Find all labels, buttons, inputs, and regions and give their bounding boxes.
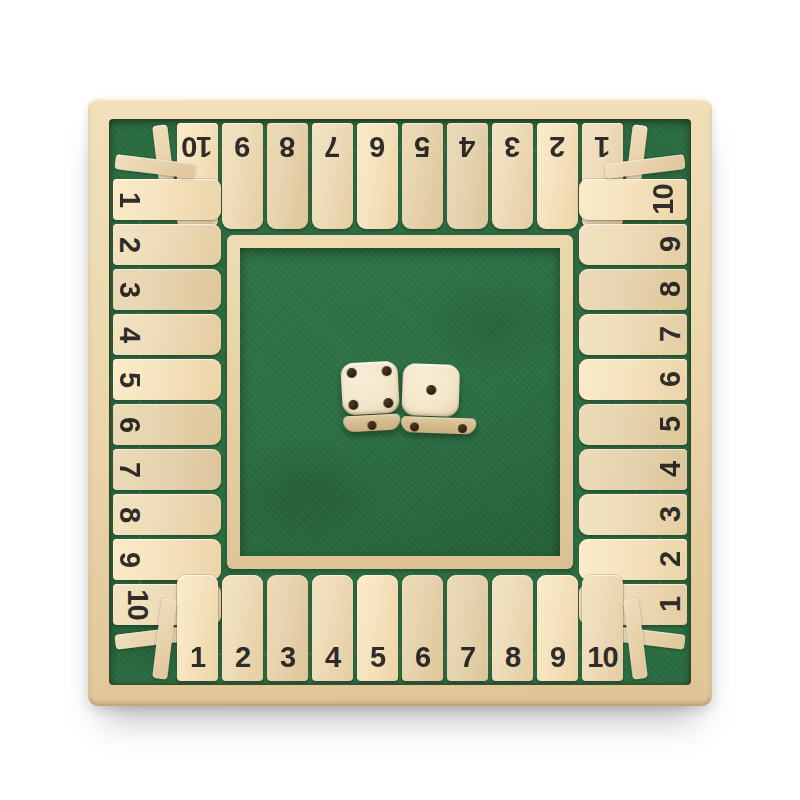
tile-number: 4 bbox=[115, 327, 144, 342]
tile-number: 2 bbox=[115, 237, 144, 252]
tile-number: 7 bbox=[115, 462, 144, 477]
tile-number: 4 bbox=[460, 132, 475, 161]
tile-left-9[interactable]: 9 bbox=[113, 539, 221, 580]
tile-bottom-2[interactable]: 2 bbox=[222, 575, 263, 681]
tile-number: 4 bbox=[325, 643, 340, 672]
tile-number: 2 bbox=[550, 132, 565, 161]
tile-left-4[interactable]: 4 bbox=[113, 314, 221, 355]
shut-the-box-board: 10987654321 12345678910 10987654321 1234… bbox=[88, 98, 712, 706]
die-2-top-face bbox=[401, 363, 460, 417]
tile-number: 8 bbox=[505, 643, 520, 672]
tile-top-6[interactable]: 6 bbox=[357, 123, 398, 229]
tile-number: 1 bbox=[656, 597, 685, 612]
tile-number: 9 bbox=[235, 132, 250, 161]
die-pip bbox=[409, 421, 418, 430]
tile-number: 3 bbox=[656, 507, 685, 522]
tile-number: 7 bbox=[460, 643, 475, 672]
die-pip bbox=[367, 420, 376, 429]
tile-left-6[interactable]: 6 bbox=[113, 404, 221, 445]
felt-well: 10987654321 12345678910 10987654321 1234… bbox=[109, 119, 691, 685]
tile-right-9[interactable]: 9 bbox=[579, 224, 687, 265]
tile-number: 4 bbox=[656, 462, 685, 477]
tile-right-3[interactable]: 3 bbox=[579, 494, 687, 535]
tile-right-7[interactable]: 7 bbox=[579, 314, 687, 355]
tile-top-7[interactable]: 7 bbox=[312, 123, 353, 229]
tile-number: 2 bbox=[235, 643, 250, 672]
die-pip bbox=[381, 365, 392, 376]
tile-number: 3 bbox=[505, 132, 520, 161]
tile-number: 5 bbox=[370, 643, 385, 672]
tile-number: 6 bbox=[115, 417, 144, 432]
tile-top-5[interactable]: 5 bbox=[402, 123, 443, 229]
tile-number: 1 bbox=[595, 132, 610, 161]
tile-number: 10 bbox=[182, 132, 212, 161]
tile-number: 7 bbox=[325, 132, 340, 161]
tile-right-5[interactable]: 5 bbox=[579, 404, 687, 445]
tile-number: 6 bbox=[415, 643, 430, 672]
die-1-showing-4[interactable] bbox=[340, 360, 401, 432]
tile-right-6[interactable]: 6 bbox=[579, 359, 687, 400]
tile-top-4[interactable]: 4 bbox=[447, 123, 488, 229]
tile-left-3[interactable]: 3 bbox=[113, 269, 221, 310]
tile-bottom-5[interactable]: 5 bbox=[357, 575, 398, 681]
tile-number: 10 bbox=[123, 589, 152, 619]
die-2-front-face bbox=[400, 415, 476, 434]
tile-tray-top: 10987654321 bbox=[177, 123, 623, 229]
tile-number: 8 bbox=[115, 507, 144, 522]
tile-tray-left: 12345678910 bbox=[113, 179, 221, 625]
tile-number: 9 bbox=[656, 237, 685, 252]
tile-right-4[interactable]: 4 bbox=[579, 449, 687, 490]
center-dice-area bbox=[227, 235, 573, 569]
tile-right-8[interactable]: 8 bbox=[579, 269, 687, 310]
die-1-top-face bbox=[340, 360, 400, 415]
tile-left-8[interactable]: 8 bbox=[113, 494, 221, 535]
die-2-showing-1[interactable] bbox=[400, 363, 459, 434]
tile-number: 9 bbox=[550, 643, 565, 672]
dice-container bbox=[240, 248, 560, 556]
tile-number: 5 bbox=[115, 372, 144, 387]
tile-bottom-1[interactable]: 1 bbox=[177, 575, 218, 681]
tile-tray-right: 10987654321 bbox=[579, 179, 687, 625]
tile-number: 5 bbox=[415, 132, 430, 161]
tile-number: 8 bbox=[656, 282, 685, 297]
tile-bottom-4[interactable]: 4 bbox=[312, 575, 353, 681]
tile-number: 5 bbox=[656, 417, 685, 432]
tile-number: 1 bbox=[115, 192, 144, 207]
tile-bottom-9[interactable]: 9 bbox=[537, 575, 578, 681]
tile-bottom-10[interactable]: 10 bbox=[582, 575, 623, 681]
tile-right-10[interactable]: 10 bbox=[579, 179, 687, 220]
tile-bottom-8[interactable]: 8 bbox=[492, 575, 533, 681]
tile-left-1[interactable]: 1 bbox=[113, 179, 221, 220]
tile-number: 10 bbox=[587, 643, 617, 672]
tile-number: 8 bbox=[280, 132, 295, 161]
die-1-front-face bbox=[343, 413, 401, 432]
die-pip bbox=[457, 423, 466, 432]
die-pip bbox=[383, 397, 394, 408]
die-pip bbox=[425, 384, 435, 394]
tile-top-8[interactable]: 8 bbox=[267, 123, 308, 229]
tile-number: 10 bbox=[648, 184, 677, 214]
tile-number: 1 bbox=[190, 643, 205, 672]
tile-number: 6 bbox=[656, 372, 685, 387]
tile-number: 6 bbox=[370, 132, 385, 161]
tile-tray-bottom: 12345678910 bbox=[177, 575, 623, 681]
tile-number: 2 bbox=[656, 552, 685, 567]
tile-right-2[interactable]: 2 bbox=[579, 539, 687, 580]
tile-bottom-3[interactable]: 3 bbox=[267, 575, 308, 681]
tile-left-7[interactable]: 7 bbox=[113, 449, 221, 490]
tile-left-5[interactable]: 5 bbox=[113, 359, 221, 400]
die-pip bbox=[347, 399, 358, 410]
tile-top-3[interactable]: 3 bbox=[492, 123, 533, 229]
tile-bottom-7[interactable]: 7 bbox=[447, 575, 488, 681]
tile-top-2[interactable]: 2 bbox=[537, 123, 578, 229]
tile-number: 9 bbox=[115, 552, 144, 567]
die-pip bbox=[346, 367, 357, 378]
tile-left-2[interactable]: 2 bbox=[113, 224, 221, 265]
tile-bottom-6[interactable]: 6 bbox=[402, 575, 443, 681]
tile-number: 7 bbox=[656, 327, 685, 342]
tile-top-9[interactable]: 9 bbox=[222, 123, 263, 229]
tile-number: 3 bbox=[115, 282, 144, 297]
tile-number: 3 bbox=[280, 643, 295, 672]
